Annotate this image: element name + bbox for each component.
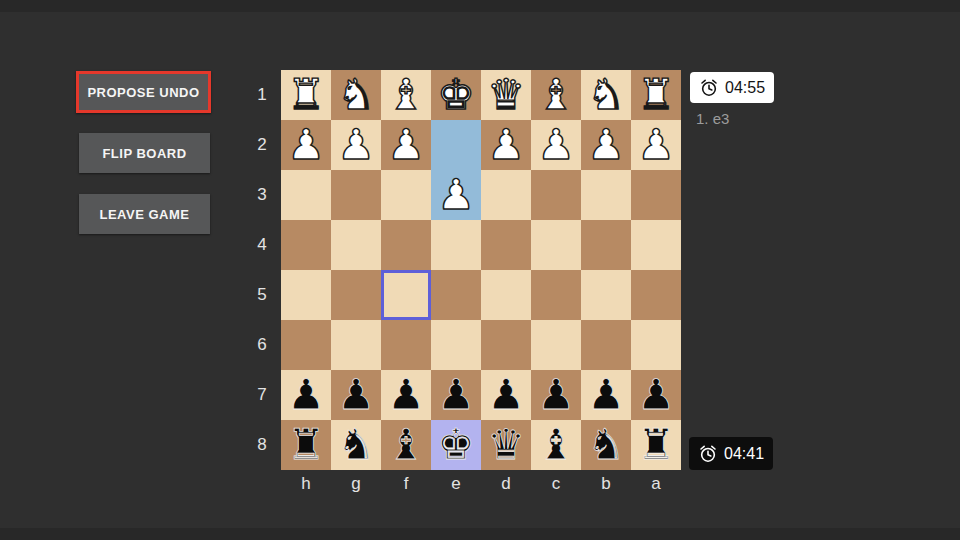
square-e8[interactable]: ♚ <box>431 420 481 470</box>
square-a3[interactable] <box>631 170 681 220</box>
alarm-clock-icon <box>698 444 718 464</box>
square-b2[interactable]: ♟ <box>581 120 631 170</box>
piece-white-knight[interactable]: ♞ <box>337 70 375 120</box>
square-g8[interactable]: ♞ <box>331 420 381 470</box>
bottom-edge-strip <box>0 528 960 540</box>
square-c5[interactable] <box>531 270 581 320</box>
square-f4[interactable] <box>381 220 431 270</box>
black-clock: 04:41 <box>689 437 773 470</box>
rank-label: 6 <box>250 320 274 370</box>
black-clock-time: 04:41 <box>724 445 764 463</box>
square-b3[interactable] <box>581 170 631 220</box>
piece-black-pawn[interactable]: ♟ <box>637 370 675 420</box>
app-background: PROPOSE UNDO FLIP BOARD LEAVE GAME 12345… <box>0 0 960 540</box>
piece-white-pawn[interactable]: ♟ <box>287 120 325 170</box>
square-g4[interactable] <box>331 220 381 270</box>
rank-label: 4 <box>250 220 274 270</box>
square-c6[interactable] <box>531 320 581 370</box>
file-label: f <box>381 471 431 497</box>
square-e6[interactable] <box>431 320 481 370</box>
piece-black-knight[interactable]: ♞ <box>337 420 375 470</box>
square-h1[interactable]: ♜ <box>281 70 331 120</box>
piece-white-bishop[interactable]: ♝ <box>387 70 425 120</box>
piece-black-bishop[interactable]: ♝ <box>387 420 425 470</box>
square-e7[interactable]: ♟ <box>431 370 481 420</box>
square-b5[interactable] <box>581 270 631 320</box>
file-label: g <box>331 471 381 497</box>
square-f2[interactable]: ♟ <box>381 120 431 170</box>
file-label: d <box>481 471 531 497</box>
square-e2[interactable] <box>431 120 481 170</box>
white-clock: 04:55 <box>690 72 774 103</box>
piece-white-pawn[interactable]: ♟ <box>587 120 625 170</box>
chess-board[interactable]: ♜♞♝♚♛♝♞♜♟♟♟♟♟♟♟♟♟♟♟♟♟♟♟♟♜♞♝♚♛♝♞♜ <box>281 70 681 470</box>
move-list: 1. e3 <box>696 110 729 127</box>
square-a7[interactable]: ♟ <box>631 370 681 420</box>
piece-white-knight[interactable]: ♞ <box>587 70 625 120</box>
square-h6[interactable] <box>281 320 331 370</box>
rank-labels: 12345678 <box>250 70 274 470</box>
square-a2[interactable]: ♟ <box>631 120 681 170</box>
square-a8[interactable]: ♜ <box>631 420 681 470</box>
square-a6[interactable] <box>631 320 681 370</box>
alarm-clock-icon <box>699 78 719 98</box>
square-f3[interactable] <box>381 170 431 220</box>
square-c2[interactable]: ♟ <box>531 120 581 170</box>
propose-undo-button[interactable]: PROPOSE UNDO <box>76 71 211 113</box>
piece-white-rook[interactable]: ♜ <box>637 70 675 120</box>
square-c7[interactable]: ♟ <box>531 370 581 420</box>
square-d7[interactable]: ♟ <box>481 370 531 420</box>
piece-black-rook[interactable]: ♜ <box>287 420 325 470</box>
square-a4[interactable] <box>631 220 681 270</box>
square-f6[interactable] <box>381 320 431 370</box>
square-h7[interactable]: ♟ <box>281 370 331 420</box>
piece-white-pawn[interactable]: ♟ <box>637 120 675 170</box>
square-b6[interactable] <box>581 320 631 370</box>
square-b1[interactable]: ♞ <box>581 70 631 120</box>
leave-game-button[interactable]: LEAVE GAME <box>79 194 210 234</box>
rank-label: 2 <box>250 120 274 170</box>
file-label: e <box>431 471 481 497</box>
square-g3[interactable] <box>331 170 381 220</box>
square-g5[interactable] <box>331 270 381 320</box>
square-a5[interactable] <box>631 270 681 320</box>
square-d6[interactable] <box>481 320 531 370</box>
rank-label: 3 <box>250 170 274 220</box>
square-c4[interactable] <box>531 220 581 270</box>
piece-black-king[interactable]: ♚ <box>437 420 475 470</box>
square-e3[interactable]: ♟ <box>431 170 481 220</box>
piece-white-pawn[interactable]: ♟ <box>537 120 575 170</box>
piece-black-pawn[interactable]: ♟ <box>487 370 525 420</box>
square-b8[interactable]: ♞ <box>581 420 631 470</box>
square-c8[interactable]: ♝ <box>531 420 581 470</box>
square-g7[interactable]: ♟ <box>331 370 381 420</box>
square-b4[interactable] <box>581 220 631 270</box>
square-h5[interactable] <box>281 270 331 320</box>
rank-label: 8 <box>250 420 274 470</box>
file-label: a <box>631 471 681 497</box>
piece-black-pawn[interactable]: ♟ <box>587 370 625 420</box>
piece-white-pawn[interactable]: ♟ <box>387 120 425 170</box>
file-labels: hgfedcba <box>281 471 681 497</box>
square-f8[interactable]: ♝ <box>381 420 431 470</box>
piece-white-bishop[interactable]: ♝ <box>537 70 575 120</box>
piece-black-pawn[interactable]: ♟ <box>337 370 375 420</box>
square-f1[interactable]: ♝ <box>381 70 431 120</box>
square-f5[interactable] <box>381 270 431 320</box>
file-label: c <box>531 471 581 497</box>
piece-black-pawn[interactable]: ♟ <box>287 370 325 420</box>
square-g2[interactable]: ♟ <box>331 120 381 170</box>
piece-black-pawn[interactable]: ♟ <box>387 370 425 420</box>
square-d3[interactable] <box>481 170 531 220</box>
square-d1[interactable]: ♛ <box>481 70 531 120</box>
top-edge-strip <box>0 0 960 12</box>
square-d8[interactable]: ♛ <box>481 420 531 470</box>
white-clock-time: 04:55 <box>725 79 765 97</box>
square-e4[interactable] <box>431 220 481 270</box>
piece-white-queen[interactable]: ♛ <box>487 70 525 120</box>
piece-white-pawn[interactable]: ♟ <box>487 120 525 170</box>
file-label: h <box>281 471 331 497</box>
piece-white-king[interactable]: ♚ <box>437 70 475 120</box>
piece-white-rook[interactable]: ♜ <box>287 70 325 120</box>
piece-black-queen[interactable]: ♛ <box>487 420 525 470</box>
square-f7[interactable]: ♟ <box>381 370 431 420</box>
square-h8[interactable]: ♜ <box>281 420 331 470</box>
square-b7[interactable]: ♟ <box>581 370 631 420</box>
square-g1[interactable]: ♞ <box>331 70 381 120</box>
square-c1[interactable]: ♝ <box>531 70 581 120</box>
file-label: b <box>581 471 631 497</box>
square-e1[interactable]: ♚ <box>431 70 481 120</box>
square-d5[interactable] <box>481 270 531 320</box>
piece-white-pawn[interactable]: ♟ <box>437 170 475 220</box>
flip-board-button[interactable]: FLIP BOARD <box>79 133 210 173</box>
piece-black-rook[interactable]: ♜ <box>637 420 675 470</box>
square-h2[interactable]: ♟ <box>281 120 331 170</box>
square-a1[interactable]: ♜ <box>631 70 681 120</box>
rank-label: 5 <box>250 270 274 320</box>
piece-black-pawn[interactable]: ♟ <box>537 370 575 420</box>
square-h3[interactable] <box>281 170 331 220</box>
piece-black-pawn[interactable]: ♟ <box>437 370 475 420</box>
piece-black-bishop[interactable]: ♝ <box>537 420 575 470</box>
piece-white-pawn[interactable]: ♟ <box>337 120 375 170</box>
square-h4[interactable] <box>281 220 331 270</box>
rank-label: 1 <box>250 70 274 120</box>
rank-label: 7 <box>250 370 274 420</box>
square-d4[interactable] <box>481 220 531 270</box>
square-c3[interactable] <box>531 170 581 220</box>
square-e5[interactable] <box>431 270 481 320</box>
square-g6[interactable] <box>331 320 381 370</box>
square-d2[interactable]: ♟ <box>481 120 531 170</box>
piece-black-knight[interactable]: ♞ <box>587 420 625 470</box>
